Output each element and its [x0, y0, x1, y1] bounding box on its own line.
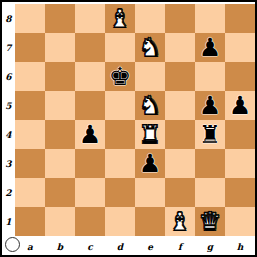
square-f4[interactable]	[165, 120, 195, 149]
black-pawn[interactable]: ♟	[139, 149, 161, 178]
square-d5[interactable]	[105, 91, 135, 120]
square-b5[interactable]	[45, 91, 75, 120]
square-h1[interactable]	[225, 207, 255, 236]
turn-indicator-white-to-move	[5, 237, 20, 252]
square-e5[interactable]: ♞	[135, 91, 165, 120]
black-pawn[interactable]: ♟	[229, 91, 251, 120]
square-a8[interactable]	[15, 4, 45, 33]
file-label-f: f	[165, 239, 195, 254]
square-b7[interactable]	[45, 33, 75, 62]
square-a2[interactable]	[15, 178, 45, 207]
square-a4[interactable]	[15, 120, 45, 149]
file-label-g: g	[195, 239, 225, 254]
chess-diagram: 87654321 ♝♞♟♚♞♟♟♟♜♜♟♝♛ abcdefgh	[0, 0, 257, 257]
square-g1[interactable]: ♛	[195, 207, 225, 236]
white-rook[interactable]: ♜	[139, 120, 161, 149]
rank-label-2: 2	[2, 178, 15, 207]
square-e4[interactable]: ♜	[135, 120, 165, 149]
rank-labels: 87654321	[2, 4, 15, 236]
square-f7[interactable]	[165, 33, 195, 62]
black-pawn[interactable]: ♟	[199, 91, 221, 120]
square-e6[interactable]	[135, 62, 165, 91]
square-c6[interactable]	[75, 62, 105, 91]
square-a5[interactable]	[15, 91, 45, 120]
chess-board: ♝♞♟♚♞♟♟♟♜♜♟♝♛	[15, 4, 255, 236]
file-label-d: d	[105, 239, 135, 254]
square-c7[interactable]	[75, 33, 105, 62]
square-d6[interactable]: ♚	[105, 62, 135, 91]
square-h7[interactable]	[225, 33, 255, 62]
square-c3[interactable]	[75, 149, 105, 178]
square-a6[interactable]	[15, 62, 45, 91]
square-g2[interactable]	[195, 178, 225, 207]
square-c1[interactable]	[75, 207, 105, 236]
square-a7[interactable]	[15, 33, 45, 62]
square-h3[interactable]	[225, 149, 255, 178]
square-d7[interactable]	[105, 33, 135, 62]
square-f5[interactable]	[165, 91, 195, 120]
rank-label-1: 1	[2, 207, 15, 236]
white-knight[interactable]: ♞	[139, 91, 161, 120]
square-g5[interactable]: ♟	[195, 91, 225, 120]
white-bishop[interactable]: ♝	[169, 207, 191, 236]
square-d1[interactable]	[105, 207, 135, 236]
white-knight[interactable]: ♞	[139, 33, 161, 62]
black-pawn[interactable]: ♟	[79, 120, 101, 149]
square-h2[interactable]	[225, 178, 255, 207]
black-rook[interactable]: ♜	[199, 120, 221, 149]
file-label-b: b	[45, 239, 75, 254]
square-b4[interactable]	[45, 120, 75, 149]
square-b1[interactable]	[45, 207, 75, 236]
square-f8[interactable]	[165, 4, 195, 33]
square-c2[interactable]	[75, 178, 105, 207]
white-bishop[interactable]: ♝	[109, 4, 131, 33]
black-pawn[interactable]: ♟	[199, 33, 221, 62]
rank-label-5: 5	[2, 91, 15, 120]
square-g6[interactable]	[195, 62, 225, 91]
rank-label-7: 7	[2, 33, 15, 62]
square-f1[interactable]: ♝	[165, 207, 195, 236]
square-b6[interactable]	[45, 62, 75, 91]
square-c8[interactable]	[75, 4, 105, 33]
square-g4[interactable]: ♜	[195, 120, 225, 149]
square-g3[interactable]	[195, 149, 225, 178]
square-b8[interactable]	[45, 4, 75, 33]
square-e1[interactable]	[135, 207, 165, 236]
white-queen[interactable]: ♛	[199, 207, 221, 236]
square-d8[interactable]: ♝	[105, 4, 135, 33]
square-d2[interactable]	[105, 178, 135, 207]
square-h6[interactable]	[225, 62, 255, 91]
square-h5[interactable]: ♟	[225, 91, 255, 120]
file-label-e: e	[135, 239, 165, 254]
square-d3[interactable]	[105, 149, 135, 178]
rank-label-4: 4	[2, 120, 15, 149]
square-b2[interactable]	[45, 178, 75, 207]
square-e2[interactable]	[135, 178, 165, 207]
file-label-h: h	[225, 239, 255, 254]
square-e3[interactable]: ♟	[135, 149, 165, 178]
square-d4[interactable]	[105, 120, 135, 149]
square-e8[interactable]	[135, 4, 165, 33]
black-king[interactable]: ♚	[109, 62, 131, 91]
square-h4[interactable]	[225, 120, 255, 149]
rank-label-8: 8	[2, 4, 15, 33]
square-g8[interactable]	[195, 4, 225, 33]
square-e7[interactable]: ♞	[135, 33, 165, 62]
file-labels: abcdefgh	[15, 239, 255, 254]
square-h8[interactable]	[225, 4, 255, 33]
rank-label-6: 6	[2, 62, 15, 91]
square-c4[interactable]: ♟	[75, 120, 105, 149]
square-f3[interactable]	[165, 149, 195, 178]
square-c5[interactable]	[75, 91, 105, 120]
rank-label-3: 3	[2, 149, 15, 178]
square-a3[interactable]	[15, 149, 45, 178]
square-a1[interactable]	[15, 207, 45, 236]
square-f2[interactable]	[165, 178, 195, 207]
square-b3[interactable]	[45, 149, 75, 178]
file-label-c: c	[75, 239, 105, 254]
square-g7[interactable]: ♟	[195, 33, 225, 62]
square-f6[interactable]	[165, 62, 195, 91]
